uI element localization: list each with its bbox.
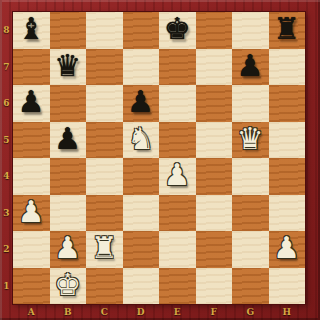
square-f3: [196, 195, 233, 232]
rank-label-6: 6: [0, 85, 13, 122]
square-g6: [232, 85, 269, 122]
square-e5: [159, 122, 196, 159]
square-a6: ♟: [13, 85, 50, 122]
file-labels: ABCDEFGH: [13, 304, 305, 320]
square-a8: ♝: [13, 12, 50, 49]
square-f4: [196, 158, 233, 195]
file-label-b: B: [50, 304, 87, 320]
white-king-b1: ♚: [54, 270, 81, 300]
square-d3: [123, 195, 160, 232]
square-d2: [123, 231, 160, 268]
square-b7: ♛: [50, 49, 87, 86]
square-f7: [196, 49, 233, 86]
board-frame: 87654321 ABCDEFGH ♝♚♜♛♟♟♟♟♞♛♟♟♟♜♟♚: [0, 0, 320, 320]
square-d8: [123, 12, 160, 49]
rank-labels: 87654321: [0, 12, 13, 304]
square-g5: ♛: [232, 122, 269, 159]
square-e3: [159, 195, 196, 232]
rank-label-7: 7: [0, 49, 13, 86]
rank-label-8: 8: [0, 12, 13, 49]
rank-label-5: 5: [0, 122, 13, 159]
square-c5: [86, 122, 123, 159]
square-d5: ♞: [123, 122, 160, 159]
square-b4: [50, 158, 87, 195]
square-c4: [86, 158, 123, 195]
square-g3: [232, 195, 269, 232]
file-label-a: A: [13, 304, 50, 320]
white-pawn-e4: ♟: [164, 160, 191, 190]
square-a5: [13, 122, 50, 159]
square-b3: [50, 195, 87, 232]
square-d1: [123, 268, 160, 305]
square-e8: ♚: [159, 12, 196, 49]
white-pawn-b2: ♟: [54, 233, 81, 263]
square-a4: [13, 158, 50, 195]
square-f6: [196, 85, 233, 122]
file-label-f: F: [196, 304, 233, 320]
white-knight-d5: ♞: [127, 124, 154, 154]
square-a2: [13, 231, 50, 268]
square-a1: [13, 268, 50, 305]
square-d7: [123, 49, 160, 86]
black-bishop-a8: ♝: [18, 14, 45, 44]
square-f8: [196, 12, 233, 49]
black-pawn-a6: ♟: [18, 87, 45, 117]
square-c7: [86, 49, 123, 86]
square-e4: ♟: [159, 158, 196, 195]
chess-board: ♝♚♜♛♟♟♟♟♞♛♟♟♟♜♟♚: [13, 12, 305, 304]
file-label-g: G: [232, 304, 269, 320]
rank-label-3: 3: [0, 195, 13, 232]
square-h4: [269, 158, 306, 195]
rank-label-4: 4: [0, 158, 13, 195]
black-queen-b7: ♛: [54, 51, 81, 81]
square-f5: [196, 122, 233, 159]
square-c6: [86, 85, 123, 122]
white-queen-g5: ♛: [237, 124, 264, 154]
black-pawn-g7: ♟: [237, 51, 264, 81]
square-e6: [159, 85, 196, 122]
square-c3: [86, 195, 123, 232]
rank-label-1: 1: [0, 268, 13, 305]
white-pawn-h2: ♟: [273, 233, 300, 263]
white-pawn-a3: ♟: [18, 197, 45, 227]
square-b1: ♚: [50, 268, 87, 305]
square-f1: [196, 268, 233, 305]
square-h3: [269, 195, 306, 232]
square-h6: [269, 85, 306, 122]
square-b8: [50, 12, 87, 49]
square-g2: [232, 231, 269, 268]
square-h1: [269, 268, 306, 305]
square-e7: [159, 49, 196, 86]
white-rook-c2: ♜: [91, 233, 118, 263]
black-rook-h8: ♜: [273, 14, 300, 44]
square-f2: [196, 231, 233, 268]
file-label-e: E: [159, 304, 196, 320]
file-label-c: C: [86, 304, 123, 320]
square-h8: ♜: [269, 12, 306, 49]
square-e2: [159, 231, 196, 268]
square-c2: ♜: [86, 231, 123, 268]
square-e1: [159, 268, 196, 305]
file-label-d: D: [123, 304, 160, 320]
square-a7: [13, 49, 50, 86]
square-h2: ♟: [269, 231, 306, 268]
square-d4: [123, 158, 160, 195]
rank-label-2: 2: [0, 231, 13, 268]
square-g7: ♟: [232, 49, 269, 86]
black-king-e8: ♚: [164, 14, 191, 44]
square-c8: [86, 12, 123, 49]
square-b5: ♟: [50, 122, 87, 159]
square-g8: [232, 12, 269, 49]
square-h5: [269, 122, 306, 159]
square-a3: ♟: [13, 195, 50, 232]
black-pawn-d6: ♟: [127, 87, 154, 117]
square-g1: [232, 268, 269, 305]
black-pawn-b5: ♟: [54, 124, 81, 154]
square-d6: ♟: [123, 85, 160, 122]
square-b2: ♟: [50, 231, 87, 268]
square-c1: [86, 268, 123, 305]
file-label-h: H: [269, 304, 306, 320]
square-b6: [50, 85, 87, 122]
square-g4: [232, 158, 269, 195]
square-h7: [269, 49, 306, 86]
